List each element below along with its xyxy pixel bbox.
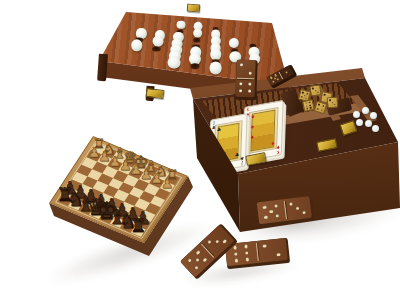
card-face-art: ♣ ♣ ▮ [214, 120, 243, 165]
box-behind-layer [0, 0, 400, 300]
domino-storage-tray [0, 0, 400, 300]
solitaire-marble [167, 56, 180, 69]
solitaire-hole [177, 23, 184, 27]
domino-pip [239, 82, 242, 85]
domino-pip [248, 82, 251, 85]
solitaire-marble [155, 30, 165, 40]
domino-face [235, 60, 255, 97]
die-pip [317, 91, 319, 93]
solitaire-marble [173, 32, 183, 42]
solitaire-hole [250, 50, 258, 55]
domino-pip [275, 74, 278, 77]
solitaire-hole [212, 26, 219, 30]
die-pip [306, 93, 308, 95]
solitaire-marble [230, 51, 242, 63]
domino-pip [215, 239, 220, 244]
domino-pip [277, 253, 281, 257]
solitaire-marble [248, 47, 259, 58]
domino-pip [285, 71, 288, 74]
solitaire-hole [212, 40, 219, 45]
solitaire-hole [152, 46, 160, 51]
die-pip [305, 97, 307, 99]
spare-marble [370, 112, 377, 119]
box-hinge [316, 138, 338, 152]
domino-pip [203, 257, 208, 262]
domino-pip [270, 76, 273, 79]
die-pip [321, 109, 323, 111]
die-pip [301, 96, 303, 98]
solitaire-hole [192, 51, 200, 56]
solitaire-hole [251, 57, 259, 62]
domino-pip [272, 80, 275, 83]
domino-pip [240, 64, 243, 67]
solitaire-hole [193, 38, 200, 43]
solitaire-marble [210, 49, 222, 61]
card-corner-index: K♦ [276, 144, 280, 154]
domino-pip [195, 258, 200, 263]
solitaire-hole [135, 38, 143, 43]
domino-pip [196, 250, 201, 255]
box-interior-floor [0, 0, 400, 300]
die-pip [315, 90, 317, 92]
domino-face [267, 65, 294, 86]
playing-card-jack-of-clubs: J♣ ♣ ♣ ▮ J♣ [208, 113, 247, 173]
die [309, 84, 321, 96]
solitaire-hole [212, 46, 220, 51]
solitaire-marble [190, 46, 202, 58]
solitaire-marble [176, 20, 185, 29]
spare-marble [356, 119, 363, 126]
die-pip [322, 105, 324, 107]
spare-marble [353, 111, 360, 118]
spare-marble [365, 120, 372, 127]
spare-marble [362, 107, 369, 114]
solitaire-marble [170, 44, 182, 56]
solitaire-hole [230, 42, 237, 47]
solitaire-marble [131, 40, 143, 52]
lid-leg [145, 86, 154, 102]
box-mid-layer [0, 0, 400, 300]
solitaire-hole [211, 66, 220, 72]
domino-pip [277, 78, 280, 81]
solitaire-hole [231, 48, 239, 53]
domino-pip [273, 77, 276, 80]
solitaire-marble [189, 53, 201, 65]
domino-pip [245, 251, 249, 255]
front-dominoes-layer [0, 0, 400, 300]
die-pip [305, 102, 307, 104]
solitaire-hole [172, 48, 180, 53]
lid-leg [97, 54, 108, 82]
chess-pieces-layer: ♜♞♝♛♚♝♞♜♟♟♟♟♟♟♟♟♟♟♟♟♟♟♟♟♜♞♝♛♚♝♞♜ [0, 0, 400, 300]
domino-pair-shadow [179, 254, 301, 291]
compartment-divider [0, 0, 400, 300]
domino-divider [201, 243, 214, 257]
compartment-divider [0, 0, 400, 300]
domino-pip [222, 239, 227, 244]
die-pip [309, 101, 311, 103]
wooden-piece [326, 97, 352, 115]
game-compendium-photo: K♦ ♦ ♦ ♦ ♦ K♦ J♣ ♣ ♣ ▮ J♣ [0, 0, 400, 300]
domino-2-4 [235, 60, 257, 101]
box-back-rim [0, 0, 400, 300]
solitaire-marble [229, 38, 239, 48]
solitaire-marble [249, 53, 261, 65]
solitaire-marble [211, 30, 221, 40]
lid-hinge [146, 88, 165, 99]
solitaire-marble [210, 36, 220, 46]
domino-pip [263, 244, 267, 248]
domino-pip [234, 252, 238, 256]
domino-pip [244, 245, 248, 249]
box-front-face [0, 0, 400, 300]
spare-marble [372, 125, 379, 132]
die-pip [318, 104, 320, 106]
marble-compartment [0, 0, 400, 300]
die-pip [302, 92, 304, 94]
solitaire-hole [211, 53, 219, 58]
solitaire-hole [175, 36, 182, 41]
solitaire-hole [195, 25, 202, 29]
domino-pip [263, 205, 267, 209]
solitaire-marble [193, 28, 203, 38]
chessboard-edge-thickness [0, 0, 400, 300]
solitaire-hole [231, 55, 239, 60]
lid-hinge [238, 72, 255, 82]
domino-divider [255, 243, 258, 262]
playing-card-king-of-diamonds: K♦ ♦ ♦ ♦ ♦ K♦ [242, 100, 283, 162]
solitaire-hole [176, 30, 183, 34]
card-corner-index: J♣ [240, 155, 244, 165]
die-pip [310, 107, 312, 109]
solitaire-marble [210, 42, 221, 53]
chessboard-grid [57, 142, 179, 236]
box-clasp [340, 120, 358, 136]
solitaire-marble [172, 38, 183, 49]
domino-divider [237, 78, 253, 80]
die [302, 99, 315, 112]
die-pip [309, 104, 311, 106]
lid-front-edge [0, 0, 400, 300]
card-face-art: ♦ ♦ ♦ ♦ [248, 107, 279, 154]
solitaire-hole [249, 43, 256, 48]
domino-divider [278, 71, 283, 79]
solitaire-hole [173, 42, 181, 47]
solitaire-marble [136, 29, 146, 39]
die-pip [324, 94, 326, 96]
domino-5-1 [267, 64, 298, 89]
solitaire-marble [169, 50, 181, 62]
solitaire-marble [153, 36, 164, 47]
solitaire-hole [156, 34, 163, 39]
lid-rim [0, 0, 400, 300]
domino-pip [249, 72, 252, 75]
solitaire-marble [194, 22, 203, 31]
compartment-divider [0, 0, 400, 300]
solitaire-hole [138, 32, 145, 37]
solitaire-board-lid [0, 0, 400, 300]
solitaire-hole [190, 63, 199, 69]
solitaire-hole [192, 44, 200, 49]
solitaire-hole [169, 61, 178, 67]
solitaire-hole [211, 59, 220, 64]
die-pip [306, 108, 308, 110]
die-pip [303, 94, 305, 96]
domino-pip [187, 258, 192, 263]
box-left-face [0, 0, 400, 300]
domino-pip [233, 246, 237, 250]
solitaire-hole [171, 55, 180, 60]
die-pip [327, 99, 329, 101]
domino-pip [239, 89, 242, 92]
solitaire-hole [154, 40, 162, 45]
lid-latch [187, 4, 201, 13]
solitaire-marble [209, 61, 222, 74]
die-pip [317, 108, 319, 110]
solitaire-hole [212, 33, 219, 37]
domino-pip [248, 90, 251, 93]
die-pip [312, 88, 314, 90]
die-pip [306, 105, 308, 107]
solitaire-hole [133, 44, 141, 49]
solitaire-holes-layer [0, 0, 400, 300]
solitaire-hole [194, 31, 201, 35]
domino-pip [207, 240, 212, 245]
solitaire-hole [191, 57, 200, 62]
dice-compartment [0, 0, 400, 300]
